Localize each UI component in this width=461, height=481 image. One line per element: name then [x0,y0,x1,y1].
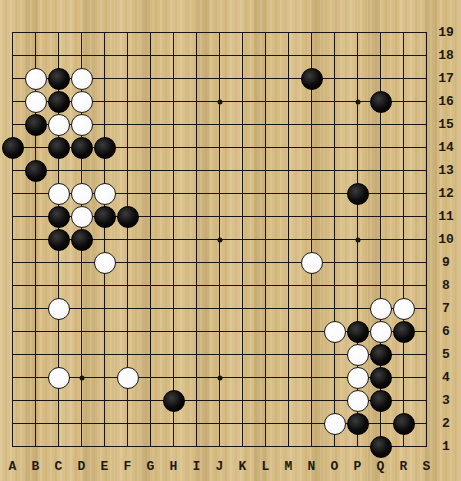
intersection-K3[interactable] [231,389,254,412]
intersection-P18[interactable] [346,44,369,67]
intersection-F17[interactable] [116,67,139,90]
intersection-K7[interactable] [231,297,254,320]
intersection-A1[interactable] [1,435,24,458]
intersection-D19[interactable] [70,21,93,44]
intersection-J10[interactable] [208,228,231,251]
intersection-D18[interactable] [70,44,93,67]
intersection-I4[interactable] [185,366,208,389]
intersection-H10[interactable] [162,228,185,251]
intersection-P11[interactable] [346,205,369,228]
intersection-G3[interactable] [139,389,162,412]
intersection-J17[interactable] [208,67,231,90]
intersection-A19[interactable] [1,21,24,44]
intersection-B13[interactable]: ● [24,159,47,182]
intersection-O11[interactable] [323,205,346,228]
intersection-D12[interactable]: ○ [70,182,93,205]
intersection-M1[interactable] [277,435,300,458]
intersection-J15[interactable] [208,113,231,136]
intersection-G16[interactable] [139,90,162,113]
intersection-Q5[interactable]: ● [369,343,392,366]
intersection-L5[interactable] [254,343,277,366]
intersection-G14[interactable] [139,136,162,159]
intersection-R18[interactable] [392,44,415,67]
intersection-H2[interactable] [162,412,185,435]
intersection-C3[interactable] [47,389,70,412]
intersection-B4[interactable] [24,366,47,389]
intersection-P17[interactable] [346,67,369,90]
intersection-E2[interactable] [93,412,116,435]
intersection-I11[interactable] [185,205,208,228]
intersection-J16[interactable] [208,90,231,113]
intersection-Q2[interactable] [369,412,392,435]
intersection-O5[interactable] [323,343,346,366]
intersection-Q10[interactable] [369,228,392,251]
intersection-F1[interactable] [116,435,139,458]
intersection-L4[interactable] [254,366,277,389]
intersection-C5[interactable] [47,343,70,366]
intersection-L15[interactable] [254,113,277,136]
intersection-R10[interactable] [392,228,415,251]
intersection-F16[interactable] [116,90,139,113]
intersection-N14[interactable] [300,136,323,159]
intersection-J2[interactable] [208,412,231,435]
intersection-Q11[interactable] [369,205,392,228]
intersection-K2[interactable] [231,412,254,435]
intersection-O7[interactable] [323,297,346,320]
intersection-Q7[interactable]: ○ [369,297,392,320]
intersection-M6[interactable] [277,320,300,343]
intersection-E16[interactable] [93,90,116,113]
intersection-C1[interactable] [47,435,70,458]
intersection-C11[interactable]: ● [47,205,70,228]
intersection-F15[interactable] [116,113,139,136]
intersection-K14[interactable] [231,136,254,159]
intersection-P9[interactable] [346,251,369,274]
intersection-M19[interactable] [277,21,300,44]
intersection-I3[interactable] [185,389,208,412]
intersection-L19[interactable] [254,21,277,44]
intersection-O18[interactable] [323,44,346,67]
intersection-C8[interactable] [47,274,70,297]
intersection-F13[interactable] [116,159,139,182]
intersection-L9[interactable] [254,251,277,274]
intersection-N11[interactable] [300,205,323,228]
intersection-B7[interactable] [24,297,47,320]
intersection-F4[interactable]: ○ [116,366,139,389]
intersection-H4[interactable] [162,366,185,389]
intersection-L16[interactable] [254,90,277,113]
intersection-M7[interactable] [277,297,300,320]
intersection-Q17[interactable] [369,67,392,90]
intersection-D2[interactable] [70,412,93,435]
intersection-N9[interactable]: ○ [300,251,323,274]
intersection-I16[interactable] [185,90,208,113]
intersection-N5[interactable] [300,343,323,366]
intersection-P1[interactable] [346,435,369,458]
intersection-G8[interactable] [139,274,162,297]
intersection-G18[interactable] [139,44,162,67]
intersection-B15[interactable]: ● [24,113,47,136]
intersection-M18[interactable] [277,44,300,67]
intersection-D11[interactable]: ○ [70,205,93,228]
intersection-H9[interactable] [162,251,185,274]
intersection-K12[interactable] [231,182,254,205]
intersection-I9[interactable] [185,251,208,274]
intersection-L7[interactable] [254,297,277,320]
intersection-B12[interactable] [24,182,47,205]
intersection-R5[interactable] [392,343,415,366]
intersection-A5[interactable] [1,343,24,366]
intersection-E5[interactable] [93,343,116,366]
intersection-I1[interactable] [185,435,208,458]
intersection-B19[interactable] [24,21,47,44]
intersection-J6[interactable] [208,320,231,343]
intersection-F14[interactable] [116,136,139,159]
intersection-Q15[interactable] [369,113,392,136]
intersection-C15[interactable]: ○ [47,113,70,136]
intersection-N4[interactable] [300,366,323,389]
intersection-B18[interactable] [24,44,47,67]
intersection-P8[interactable] [346,274,369,297]
intersection-C10[interactable]: ● [47,228,70,251]
intersection-F2[interactable] [116,412,139,435]
intersection-F6[interactable] [116,320,139,343]
intersection-L18[interactable] [254,44,277,67]
intersection-I5[interactable] [185,343,208,366]
intersection-M11[interactable] [277,205,300,228]
intersection-I14[interactable] [185,136,208,159]
intersection-R2[interactable]: ● [392,412,415,435]
intersection-L11[interactable] [254,205,277,228]
intersection-C17[interactable]: ● [47,67,70,90]
intersection-N12[interactable] [300,182,323,205]
intersection-Q6[interactable]: ○ [369,320,392,343]
intersection-H16[interactable] [162,90,185,113]
intersection-I15[interactable] [185,113,208,136]
intersection-N17[interactable]: ● [300,67,323,90]
intersection-O14[interactable] [323,136,346,159]
intersection-E15[interactable] [93,113,116,136]
intersection-C19[interactable] [47,21,70,44]
intersection-K1[interactable] [231,435,254,458]
intersection-E10[interactable] [93,228,116,251]
intersection-D6[interactable] [70,320,93,343]
intersection-C16[interactable]: ● [47,90,70,113]
intersection-Q9[interactable] [369,251,392,274]
intersection-R3[interactable] [392,389,415,412]
intersection-R16[interactable] [392,90,415,113]
intersection-F8[interactable] [116,274,139,297]
intersection-K15[interactable] [231,113,254,136]
intersection-B5[interactable] [24,343,47,366]
intersection-B9[interactable] [24,251,47,274]
intersection-I10[interactable] [185,228,208,251]
intersection-H14[interactable] [162,136,185,159]
intersection-P16[interactable] [346,90,369,113]
intersection-P6[interactable]: ● [346,320,369,343]
intersection-F12[interactable] [116,182,139,205]
intersection-N19[interactable] [300,21,323,44]
intersection-H6[interactable] [162,320,185,343]
intersection-P3[interactable]: ○ [346,389,369,412]
intersection-P14[interactable] [346,136,369,159]
intersection-K13[interactable] [231,159,254,182]
intersection-D14[interactable]: ● [70,136,93,159]
intersection-O17[interactable] [323,67,346,90]
intersection-D5[interactable] [70,343,93,366]
intersection-A17[interactable] [1,67,24,90]
intersection-O13[interactable] [323,159,346,182]
intersection-I17[interactable] [185,67,208,90]
intersection-N6[interactable] [300,320,323,343]
intersection-L3[interactable] [254,389,277,412]
intersection-Q3[interactable]: ● [369,389,392,412]
intersection-M14[interactable] [277,136,300,159]
intersection-I8[interactable] [185,274,208,297]
intersection-C18[interactable] [47,44,70,67]
intersection-A2[interactable] [1,412,24,435]
intersection-K19[interactable] [231,21,254,44]
intersection-J1[interactable] [208,435,231,458]
intersection-F5[interactable] [116,343,139,366]
intersection-C14[interactable]: ● [47,136,70,159]
intersection-M4[interactable] [277,366,300,389]
intersection-J9[interactable] [208,251,231,274]
intersection-L14[interactable] [254,136,277,159]
intersection-H1[interactable] [162,435,185,458]
intersection-E1[interactable] [93,435,116,458]
intersection-O16[interactable] [323,90,346,113]
intersection-K10[interactable] [231,228,254,251]
intersection-M16[interactable] [277,90,300,113]
intersection-O4[interactable] [323,366,346,389]
intersection-D13[interactable] [70,159,93,182]
intersection-Q8[interactable] [369,274,392,297]
intersection-H17[interactable] [162,67,185,90]
intersection-E4[interactable] [93,366,116,389]
intersection-J19[interactable] [208,21,231,44]
intersection-E11[interactable]: ● [93,205,116,228]
intersection-D16[interactable]: ○ [70,90,93,113]
intersection-P4[interactable]: ○ [346,366,369,389]
intersection-L8[interactable] [254,274,277,297]
intersection-H19[interactable] [162,21,185,44]
intersection-E14[interactable]: ● [93,136,116,159]
intersection-G17[interactable] [139,67,162,90]
intersection-O12[interactable] [323,182,346,205]
intersection-Q13[interactable] [369,159,392,182]
intersection-R17[interactable] [392,67,415,90]
intersection-J5[interactable] [208,343,231,366]
intersection-M3[interactable] [277,389,300,412]
intersection-F9[interactable] [116,251,139,274]
intersection-J3[interactable] [208,389,231,412]
intersection-M15[interactable] [277,113,300,136]
intersection-M17[interactable] [277,67,300,90]
intersection-R9[interactable] [392,251,415,274]
intersection-R13[interactable] [392,159,415,182]
intersection-G1[interactable] [139,435,162,458]
intersection-G19[interactable] [139,21,162,44]
intersection-A7[interactable] [1,297,24,320]
intersection-G12[interactable] [139,182,162,205]
intersection-R8[interactable] [392,274,415,297]
intersection-G15[interactable] [139,113,162,136]
intersection-Q14[interactable] [369,136,392,159]
intersection-G9[interactable] [139,251,162,274]
intersection-O3[interactable] [323,389,346,412]
intersection-H3[interactable]: ● [162,389,185,412]
intersection-A6[interactable] [1,320,24,343]
intersection-D10[interactable]: ● [70,228,93,251]
intersection-N7[interactable] [300,297,323,320]
intersection-J14[interactable] [208,136,231,159]
intersection-K16[interactable] [231,90,254,113]
intersection-P2[interactable]: ● [346,412,369,435]
intersection-N2[interactable] [300,412,323,435]
intersection-O6[interactable]: ○ [323,320,346,343]
intersection-A14[interactable]: ● [1,136,24,159]
intersection-K9[interactable] [231,251,254,274]
intersection-L10[interactable] [254,228,277,251]
intersection-E12[interactable]: ○ [93,182,116,205]
intersection-N8[interactable] [300,274,323,297]
intersection-Q16[interactable]: ● [369,90,392,113]
intersection-M10[interactable] [277,228,300,251]
intersection-P5[interactable]: ○ [346,343,369,366]
intersection-E17[interactable] [93,67,116,90]
intersection-P13[interactable] [346,159,369,182]
intersection-E19[interactable] [93,21,116,44]
intersection-A13[interactable] [1,159,24,182]
intersection-D8[interactable] [70,274,93,297]
intersection-O19[interactable] [323,21,346,44]
intersection-F3[interactable] [116,389,139,412]
intersection-G5[interactable] [139,343,162,366]
intersection-K5[interactable] [231,343,254,366]
intersection-N10[interactable] [300,228,323,251]
intersection-B14[interactable] [24,136,47,159]
intersection-K4[interactable] [231,366,254,389]
intersection-E8[interactable] [93,274,116,297]
intersection-G11[interactable] [139,205,162,228]
intersection-J8[interactable] [208,274,231,297]
intersection-Q12[interactable] [369,182,392,205]
intersection-A10[interactable] [1,228,24,251]
intersection-R11[interactable] [392,205,415,228]
intersection-J7[interactable] [208,297,231,320]
intersection-M9[interactable] [277,251,300,274]
intersection-C7[interactable]: ○ [47,297,70,320]
intersection-B6[interactable] [24,320,47,343]
intersection-H11[interactable] [162,205,185,228]
intersection-A16[interactable] [1,90,24,113]
intersection-C4[interactable]: ○ [47,366,70,389]
intersection-E3[interactable] [93,389,116,412]
intersection-I2[interactable] [185,412,208,435]
intersection-Q18[interactable] [369,44,392,67]
intersection-J18[interactable] [208,44,231,67]
intersection-C13[interactable] [47,159,70,182]
intersection-H18[interactable] [162,44,185,67]
intersection-C12[interactable]: ○ [47,182,70,205]
intersection-O15[interactable] [323,113,346,136]
intersection-R12[interactable] [392,182,415,205]
intersection-A15[interactable] [1,113,24,136]
intersection-O8[interactable] [323,274,346,297]
intersection-H13[interactable] [162,159,185,182]
intersection-L13[interactable] [254,159,277,182]
intersection-B11[interactable] [24,205,47,228]
intersection-R1[interactable] [392,435,415,458]
intersection-I6[interactable] [185,320,208,343]
intersection-N15[interactable] [300,113,323,136]
intersection-R19[interactable] [392,21,415,44]
intersection-A8[interactable] [1,274,24,297]
intersection-R7[interactable]: ○ [392,297,415,320]
intersection-A3[interactable] [1,389,24,412]
intersection-K6[interactable] [231,320,254,343]
intersection-J12[interactable] [208,182,231,205]
intersection-B8[interactable] [24,274,47,297]
intersection-R14[interactable] [392,136,415,159]
intersection-H8[interactable] [162,274,185,297]
intersection-O2[interactable]: ○ [323,412,346,435]
intersection-D17[interactable]: ○ [70,67,93,90]
intersection-P10[interactable] [346,228,369,251]
intersection-P15[interactable] [346,113,369,136]
intersection-J11[interactable] [208,205,231,228]
intersection-G6[interactable] [139,320,162,343]
intersection-B1[interactable] [24,435,47,458]
intersection-D3[interactable] [70,389,93,412]
intersection-R15[interactable] [392,113,415,136]
intersection-B10[interactable] [24,228,47,251]
intersection-Q1[interactable]: ● [369,435,392,458]
intersection-R4[interactable] [392,366,415,389]
intersection-I19[interactable] [185,21,208,44]
intersection-G7[interactable] [139,297,162,320]
intersection-F18[interactable] [116,44,139,67]
intersection-J4[interactable] [208,366,231,389]
intersection-M5[interactable] [277,343,300,366]
intersection-D9[interactable] [70,251,93,274]
intersection-A4[interactable] [1,366,24,389]
intersection-K8[interactable] [231,274,254,297]
intersection-L17[interactable] [254,67,277,90]
intersection-H12[interactable] [162,182,185,205]
intersection-F11[interactable]: ● [116,205,139,228]
intersection-N3[interactable] [300,389,323,412]
intersection-L1[interactable] [254,435,277,458]
intersection-E9[interactable]: ○ [93,251,116,274]
intersection-O9[interactable] [323,251,346,274]
intersection-G13[interactable] [139,159,162,182]
intersection-F10[interactable] [116,228,139,251]
intersection-D1[interactable] [70,435,93,458]
intersection-N16[interactable] [300,90,323,113]
intersection-E7[interactable] [93,297,116,320]
intersection-G10[interactable] [139,228,162,251]
intersection-A18[interactable] [1,44,24,67]
intersection-Q4[interactable]: ● [369,366,392,389]
intersection-K18[interactable] [231,44,254,67]
intersection-M8[interactable] [277,274,300,297]
intersection-F7[interactable] [116,297,139,320]
intersection-M13[interactable] [277,159,300,182]
intersection-H15[interactable] [162,113,185,136]
intersection-L6[interactable] [254,320,277,343]
